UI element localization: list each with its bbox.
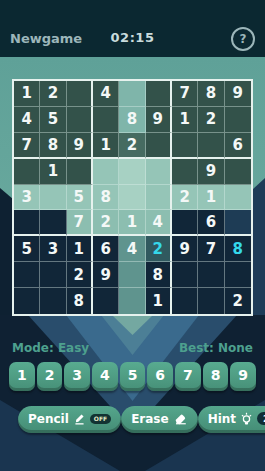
sudoku-cell-r9c6[interactable]: 1 — [146, 288, 172, 314]
pencil-button[interactable]: Pencil OFF — [18, 406, 121, 433]
sudoku-cell-r1c2[interactable]: 2 — [40, 81, 66, 107]
numpad-button-9[interactable]: 9 — [230, 362, 256, 391]
sudoku-cell-r8c6[interactable]: 8 — [146, 262, 172, 288]
sudoku-cell-r5c3[interactable]: 5 — [67, 185, 93, 211]
pencil-state-badge: OFF — [90, 414, 111, 424]
sudoku-cell-r8c9[interactable] — [225, 262, 251, 288]
sudoku-cell-r4c1[interactable] — [14, 159, 40, 185]
sudoku-cell-r7c3[interactable]: 1 — [67, 236, 93, 262]
sudoku-cell-r2c5[interactable]: 8 — [119, 107, 145, 133]
erase-button[interactable]: Erase — [121, 406, 198, 433]
sudoku-cell-r6c4[interactable]: 2 — [93, 210, 119, 236]
best-label: Best: None — [179, 341, 253, 355]
sudoku-cell-r9c7[interactable] — [172, 288, 198, 314]
hint-label: Hint — [208, 412, 236, 426]
sudoku-cell-r5c9[interactable] — [225, 185, 251, 211]
sudoku-cell-r2c3[interactable] — [67, 107, 93, 133]
sudoku-cell-r7c4[interactable]: 6 — [93, 236, 119, 262]
sudoku-cell-r3c2[interactable]: 8 — [40, 133, 66, 159]
app-screen: Newgame 02:15 ? 124789458912789126193582… — [0, 0, 265, 471]
sudoku-cell-r3c4[interactable]: 1 — [93, 133, 119, 159]
numpad-button-8[interactable]: 8 — [203, 362, 229, 391]
sudoku-cell-r4c9[interactable] — [225, 159, 251, 185]
sudoku-cell-r4c7[interactable] — [172, 159, 198, 185]
sudoku-cell-r2c8[interactable]: 2 — [198, 107, 224, 133]
sudoku-cell-r8c3[interactable]: 2 — [67, 262, 93, 288]
numpad-button-6[interactable]: 6 — [147, 362, 173, 391]
numpad-button-5[interactable]: 5 — [120, 362, 146, 391]
sudoku-cell-r4c3[interactable] — [67, 159, 93, 185]
sudoku-cell-r6c7[interactable] — [172, 210, 198, 236]
eraser-icon — [173, 412, 188, 425]
numpad-button-2[interactable]: 2 — [37, 362, 63, 391]
sudoku-cell-r6c1[interactable] — [14, 210, 40, 236]
sudoku-cell-r4c8[interactable]: 9 — [198, 159, 224, 185]
sudoku-cell-r6c8[interactable]: 6 — [198, 210, 224, 236]
sudoku-cell-r7c2[interactable]: 3 — [40, 236, 66, 262]
sudoku-cell-r3c8[interactable] — [198, 133, 224, 159]
toolbar: Pencil OFF Erase Hint — [18, 406, 247, 433]
sudoku-cell-r8c8[interactable] — [198, 262, 224, 288]
sudoku-cell-r1c8[interactable]: 8 — [198, 81, 224, 107]
help-icon[interactable]: ? — [231, 27, 255, 51]
sudoku-cell-r5c5[interactable] — [119, 185, 145, 211]
sudoku-cell-r9c1[interactable] — [14, 288, 40, 314]
sudoku-cell-r9c3[interactable]: 8 — [67, 288, 93, 314]
pencil-label: Pencil — [28, 412, 69, 426]
numpad-button-4[interactable]: 4 — [92, 362, 118, 391]
sudoku-cell-r8c1[interactable] — [14, 262, 40, 288]
sudoku-cell-r2c2[interactable]: 5 — [40, 107, 66, 133]
sudoku-cell-r5c4[interactable]: 8 — [93, 185, 119, 211]
sudoku-cell-r7c8[interactable]: 7 — [198, 236, 224, 262]
numpad-button-3[interactable]: 3 — [64, 362, 90, 391]
sudoku-cell-r5c6[interactable] — [146, 185, 172, 211]
sudoku-cell-r1c6[interactable] — [146, 81, 172, 107]
sudoku-cell-r7c7[interactable]: 9 — [172, 236, 198, 262]
sudoku-cell-r6c2[interactable] — [40, 210, 66, 236]
numpad-button-1[interactable]: 1 — [9, 362, 35, 391]
sudoku-cell-r6c5[interactable]: 1 — [119, 210, 145, 236]
number-pad: 123456789 — [9, 362, 256, 391]
timer: 02:15 — [0, 30, 265, 45]
sudoku-cell-r9c9[interactable]: 2 — [225, 288, 251, 314]
pencil-icon — [73, 412, 86, 425]
sudoku-cell-r4c4[interactable] — [93, 159, 119, 185]
sudoku-cell-r2c1[interactable]: 4 — [14, 107, 40, 133]
sudoku-cell-r5c1[interactable]: 3 — [14, 185, 40, 211]
sudoku-cell-r9c8[interactable] — [198, 288, 224, 314]
hint-count-badge: 2 — [257, 412, 265, 425]
sudoku-cell-r6c3[interactable]: 7 — [67, 210, 93, 236]
sudoku-cell-r1c4[interactable]: 4 — [93, 81, 119, 107]
sudoku-cell-r1c9[interactable]: 9 — [225, 81, 251, 107]
sudoku-cell-r5c8[interactable]: 1 — [198, 185, 224, 211]
sudoku-cell-r3c1[interactable]: 7 — [14, 133, 40, 159]
sudoku-cell-r9c2[interactable] — [40, 288, 66, 314]
sudoku-cell-r9c5[interactable] — [119, 288, 145, 314]
sudoku-cell-r8c2[interactable] — [40, 262, 66, 288]
hint-button[interactable]: Hint 2 — [198, 406, 265, 433]
sudoku-cell-r3c3[interactable]: 9 — [67, 133, 93, 159]
sudoku-cell-r2c7[interactable]: 1 — [172, 107, 198, 133]
sudoku-cell-r3c6[interactable] — [146, 133, 172, 159]
sudoku-cell-r2c9[interactable] — [225, 107, 251, 133]
sudoku-cell-r8c5[interactable] — [119, 262, 145, 288]
sudoku-cell-r8c4[interactable]: 9 — [93, 262, 119, 288]
sudoku-cell-r7c1[interactable]: 5 — [14, 236, 40, 262]
sudoku-cell-r1c3[interactable] — [67, 81, 93, 107]
sudoku-cell-r2c6[interactable]: 9 — [146, 107, 172, 133]
sudoku-cell-r6c6[interactable]: 4 — [146, 210, 172, 236]
sudoku-cell-r4c6[interactable] — [146, 159, 172, 185]
mode-label: Mode: Easy — [12, 341, 89, 355]
sudoku-cell-r4c5[interactable] — [119, 159, 145, 185]
sudoku-cell-r3c9[interactable]: 6 — [225, 133, 251, 159]
sudoku-cell-r5c2[interactable] — [40, 185, 66, 211]
sudoku-cell-r3c7[interactable] — [172, 133, 198, 159]
sudoku-board: 1247894589127891261935821721465316429782… — [12, 79, 253, 316]
header-bar: Newgame 02:15 ? — [0, 0, 265, 57]
status-line: Mode: Easy Best: None — [12, 341, 253, 355]
sudoku-cell-r5c7[interactable]: 2 — [172, 185, 198, 211]
sudoku-cell-r7c5[interactable]: 4 — [119, 236, 145, 262]
sudoku-cell-r1c5[interactable] — [119, 81, 145, 107]
sudoku-cell-r4c2[interactable]: 1 — [40, 159, 66, 185]
sudoku-cell-r7c6[interactable]: 2 — [146, 236, 172, 262]
sudoku-cell-r2c4[interactable] — [93, 107, 119, 133]
sudoku-cell-r3c5[interactable]: 2 — [119, 133, 145, 159]
sudoku-cell-r9c4[interactable] — [93, 288, 119, 314]
sudoku-cell-r6c9[interactable] — [225, 210, 251, 236]
sudoku-cell-r7c9[interactable]: 8 — [225, 236, 251, 262]
lightbulb-icon — [240, 412, 253, 426]
numpad-button-7[interactable]: 7 — [175, 362, 201, 391]
erase-label: Erase — [131, 412, 169, 426]
sudoku-cell-r8c7[interactable] — [172, 262, 198, 288]
sudoku-cell-r1c7[interactable]: 7 — [172, 81, 198, 107]
sudoku-cell-r1c1[interactable]: 1 — [14, 81, 40, 107]
